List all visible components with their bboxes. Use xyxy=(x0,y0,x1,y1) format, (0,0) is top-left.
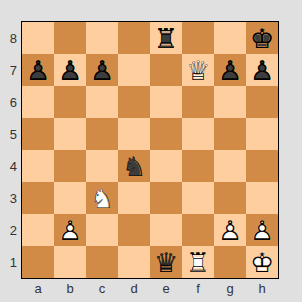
square-e7[interactable] xyxy=(150,54,182,86)
square-e6[interactable] xyxy=(150,86,182,118)
black-pawn-outline-glyph: ♙ xyxy=(22,54,54,86)
square-h5[interactable] xyxy=(246,118,278,150)
square-c6[interactable] xyxy=(86,86,118,118)
square-a8[interactable] xyxy=(22,22,54,54)
square-h2[interactable]: ♟♙ xyxy=(246,214,278,246)
square-b6[interactable] xyxy=(54,86,86,118)
square-g4[interactable] xyxy=(214,150,246,182)
black-pawn-g7[interactable]: ♟♙ xyxy=(214,54,246,86)
file-label-h: h xyxy=(246,279,278,301)
rank-label-6: 6 xyxy=(0,86,17,118)
square-g7[interactable]: ♟♙ xyxy=(214,54,246,86)
square-d1[interactable] xyxy=(118,246,150,278)
black-pawn-outline-glyph: ♙ xyxy=(86,54,118,86)
square-c4[interactable] xyxy=(86,150,118,182)
file-labels: abcdefgh xyxy=(22,279,278,301)
square-e4[interactable] xyxy=(150,150,182,182)
rank-label-4: 4 xyxy=(0,150,17,182)
square-h8[interactable]: ♚♔ xyxy=(246,22,278,54)
square-e2[interactable] xyxy=(150,214,182,246)
white-king-h1[interactable]: ♚♔ xyxy=(246,246,278,278)
square-e3[interactable] xyxy=(150,182,182,214)
file-label-d: d xyxy=(118,279,150,301)
black-king-outline-glyph: ♔ xyxy=(246,22,278,54)
white-pawn-b2[interactable]: ♟♙ xyxy=(54,214,86,246)
white-king-outline-glyph: ♔ xyxy=(246,246,278,278)
rank-label-8: 8 xyxy=(0,22,17,54)
rank-label-1: 1 xyxy=(0,246,17,278)
square-b1[interactable] xyxy=(54,246,86,278)
chess-board[interactable]: ♜♖♚♔♟♙♟♙♟♙♛♕♟♙♟♙♞♘♞♘♟♙♟♙♟♙♛♕♜♖♚♔ xyxy=(21,21,279,279)
square-b2[interactable]: ♟♙ xyxy=(54,214,86,246)
square-d3[interactable] xyxy=(118,182,150,214)
square-g2[interactable]: ♟♙ xyxy=(214,214,246,246)
square-a5[interactable] xyxy=(22,118,54,150)
square-c8[interactable] xyxy=(86,22,118,54)
square-d6[interactable] xyxy=(118,86,150,118)
black-pawn-a7[interactable]: ♟♙ xyxy=(22,54,54,86)
black-king-h8[interactable]: ♚♔ xyxy=(246,22,278,54)
chess-app-window: 87654321 ♜♖♚♔♟♙♟♙♟♙♛♕♟♙♟♙♞♘♞♘♟♙♟♙♟♙♛♕♜♖♚… xyxy=(0,0,302,302)
white-knight-outline-glyph: ♘ xyxy=(86,182,118,214)
square-e8[interactable]: ♜♖ xyxy=(150,22,182,54)
square-c2[interactable] xyxy=(86,214,118,246)
black-queen-outline-glyph: ♕ xyxy=(150,246,182,278)
file-label-a: a xyxy=(22,279,54,301)
square-f5[interactable] xyxy=(182,118,214,150)
black-pawn-outline-glyph: ♙ xyxy=(214,54,246,86)
square-f6[interactable] xyxy=(182,86,214,118)
white-queen-outline-glyph: ♕ xyxy=(182,54,214,86)
square-b3[interactable] xyxy=(54,182,86,214)
black-rook-outline-glyph: ♖ xyxy=(150,22,182,54)
file-label-f: f xyxy=(182,279,214,301)
square-a4[interactable] xyxy=(22,150,54,182)
black-rook-e8[interactable]: ♜♖ xyxy=(150,22,182,54)
black-pawn-b7[interactable]: ♟♙ xyxy=(54,54,86,86)
square-a6[interactable] xyxy=(22,86,54,118)
white-pawn-outline-glyph: ♙ xyxy=(246,214,278,246)
square-b4[interactable] xyxy=(54,150,86,182)
rank-labels: 87654321 xyxy=(0,22,17,278)
rank-label-5: 5 xyxy=(0,118,17,150)
square-f4[interactable] xyxy=(182,150,214,182)
square-e1[interactable]: ♛♕ xyxy=(150,246,182,278)
rank-label-3: 3 xyxy=(0,182,17,214)
square-d7[interactable] xyxy=(118,54,150,86)
square-h4[interactable] xyxy=(246,150,278,182)
square-a7[interactable]: ♟♙ xyxy=(22,54,54,86)
square-a3[interactable] xyxy=(22,182,54,214)
white-pawn-h2[interactable]: ♟♙ xyxy=(246,214,278,246)
white-rook-f1[interactable]: ♜♖ xyxy=(182,246,214,278)
square-b7[interactable]: ♟♙ xyxy=(54,54,86,86)
square-c1[interactable] xyxy=(86,246,118,278)
square-c7[interactable]: ♟♙ xyxy=(86,54,118,86)
white-knight-c3[interactable]: ♞♘ xyxy=(86,182,118,214)
square-h3[interactable] xyxy=(246,182,278,214)
square-b8[interactable] xyxy=(54,22,86,54)
black-pawn-h7[interactable]: ♟♙ xyxy=(246,54,278,86)
rank-label-2: 2 xyxy=(0,214,17,246)
white-pawn-outline-glyph: ♙ xyxy=(214,214,246,246)
white-rook-outline-glyph: ♖ xyxy=(182,246,214,278)
square-a1[interactable] xyxy=(22,246,54,278)
black-queen-e1[interactable]: ♛♕ xyxy=(150,246,182,278)
white-pawn-outline-glyph: ♙ xyxy=(54,214,86,246)
square-d5[interactable] xyxy=(118,118,150,150)
square-g1[interactable] xyxy=(214,246,246,278)
white-pawn-g2[interactable]: ♟♙ xyxy=(214,214,246,246)
square-f3[interactable] xyxy=(182,182,214,214)
square-b5[interactable] xyxy=(54,118,86,150)
square-g3[interactable] xyxy=(214,182,246,214)
square-f8[interactable] xyxy=(182,22,214,54)
square-c3[interactable]: ♞♘ xyxy=(86,182,118,214)
square-d8[interactable] xyxy=(118,22,150,54)
square-d2[interactable] xyxy=(118,214,150,246)
square-f2[interactable] xyxy=(182,214,214,246)
file-label-g: g xyxy=(214,279,246,301)
square-h7[interactable]: ♟♙ xyxy=(246,54,278,86)
file-label-e: e xyxy=(150,279,182,301)
square-h1[interactable]: ♚♔ xyxy=(246,246,278,278)
black-knight-d4[interactable]: ♞♘ xyxy=(118,150,150,182)
square-g6[interactable] xyxy=(214,86,246,118)
white-queen-f7[interactable]: ♛♕ xyxy=(182,54,214,86)
square-e5[interactable] xyxy=(150,118,182,150)
square-f1[interactable]: ♜♖ xyxy=(182,246,214,278)
file-label-b: b xyxy=(54,279,86,301)
square-h6[interactable] xyxy=(246,86,278,118)
file-label-c: c xyxy=(86,279,118,301)
square-g5[interactable] xyxy=(214,118,246,150)
black-pawn-outline-glyph: ♙ xyxy=(54,54,86,86)
black-knight-outline-glyph: ♘ xyxy=(118,150,150,182)
square-f7[interactable]: ♛♕ xyxy=(182,54,214,86)
black-pawn-outline-glyph: ♙ xyxy=(246,54,278,86)
square-c5[interactable] xyxy=(86,118,118,150)
rank-label-7: 7 xyxy=(0,54,17,86)
square-d4[interactable]: ♞♘ xyxy=(118,150,150,182)
square-g8[interactable] xyxy=(214,22,246,54)
square-a2[interactable] xyxy=(22,214,54,246)
black-pawn-c7[interactable]: ♟♙ xyxy=(86,54,118,86)
